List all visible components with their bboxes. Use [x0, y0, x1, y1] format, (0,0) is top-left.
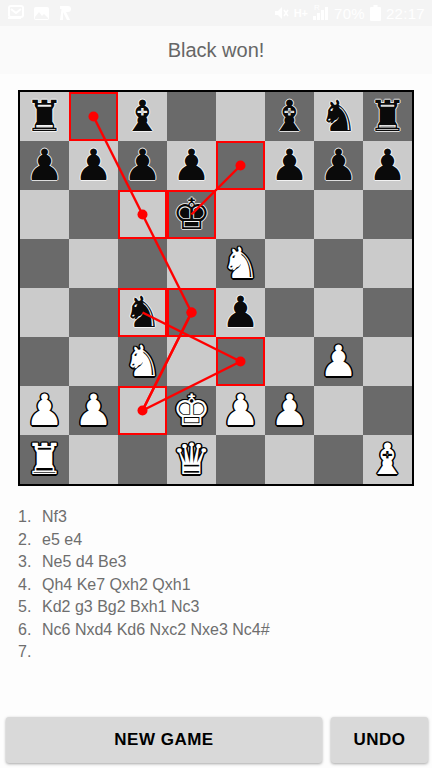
- screenshot-icon: [7, 5, 25, 21]
- piece-black-rook: ♜: [25, 92, 64, 141]
- move-number: 6.: [18, 621, 42, 639]
- piece-white-knight: ♞: [123, 337, 162, 386]
- square-f4[interactable]: [265, 288, 314, 337]
- signal-strength-icon: R: [313, 7, 329, 20]
- square-f8[interactable]: ♝: [265, 92, 314, 141]
- piece-black-pawn: ♟: [368, 141, 407, 190]
- square-c5[interactable]: [118, 239, 167, 288]
- piece-white-pawn: ♟: [319, 337, 358, 386]
- title-bar: Black won!: [0, 26, 432, 74]
- move-row: 1.Nf3: [18, 506, 418, 529]
- move-number: 2.: [18, 531, 42, 549]
- piece-white-pawn: ♟: [25, 386, 64, 435]
- roaming-indicator: R: [314, 3, 320, 12]
- new-game-button[interactable]: NEW GAME: [6, 717, 322, 763]
- piece-black-pawn: ♟: [123, 141, 162, 190]
- square-e7[interactable]: [216, 141, 265, 190]
- square-c2[interactable]: [118, 386, 167, 435]
- square-b2[interactable]: ♟: [69, 386, 118, 435]
- piece-black-pawn: ♟: [25, 141, 64, 190]
- piece-black-rook: ♜: [368, 92, 407, 141]
- move-row: 4.Qh4 Ke7 Qxh2 Qxh1: [18, 574, 418, 597]
- square-h1[interactable]: ♝: [363, 435, 412, 484]
- square-f5[interactable]: [265, 239, 314, 288]
- piece-white-pawn: ♟: [221, 386, 260, 435]
- square-a3[interactable]: [20, 337, 69, 386]
- square-c4[interactable]: ♞: [118, 288, 167, 337]
- square-a7[interactable]: ♟: [20, 141, 69, 190]
- piece-white-bishop: ♝: [368, 435, 407, 484]
- square-g6[interactable]: [314, 190, 363, 239]
- square-a4[interactable]: [20, 288, 69, 337]
- square-c8[interactable]: ♝: [118, 92, 167, 141]
- square-f2[interactable]: ♟: [265, 386, 314, 435]
- square-f3[interactable]: [265, 337, 314, 386]
- square-d3[interactable]: [167, 337, 216, 386]
- square-b4[interactable]: [69, 288, 118, 337]
- square-a2[interactable]: ♟: [20, 386, 69, 435]
- square-d1[interactable]: ♛: [167, 435, 216, 484]
- square-b8[interactable]: [69, 92, 118, 141]
- square-e2[interactable]: ♟: [216, 386, 265, 435]
- square-d8[interactable]: [167, 92, 216, 141]
- piece-black-pawn: ♟: [172, 141, 211, 190]
- square-g5[interactable]: [314, 239, 363, 288]
- move-text: Nc6 Nxd4 Kd6 Nxc2 Nxe3 Nc4#: [42, 621, 270, 639]
- undo-button[interactable]: UNDO: [331, 717, 428, 763]
- piece-white-king: ♚: [172, 386, 211, 435]
- square-b6[interactable]: [69, 190, 118, 239]
- piece-black-pawn: ♟: [319, 141, 358, 190]
- piece-black-bishop: ♝: [123, 92, 162, 141]
- square-g7[interactable]: ♟: [314, 141, 363, 190]
- square-e6[interactable]: [216, 190, 265, 239]
- square-h5[interactable]: [363, 239, 412, 288]
- move-row: 6.Nc6 Nxd4 Kd6 Nxc2 Nxe3 Nc4#: [18, 619, 418, 642]
- game-result-title: Black won!: [168, 39, 265, 62]
- move-number: 5.: [18, 598, 42, 616]
- square-a1[interactable]: ♜: [20, 435, 69, 484]
- square-g1[interactable]: [314, 435, 363, 484]
- piece-white-pawn: ♟: [270, 386, 309, 435]
- mobile-data-icon: H+: [294, 7, 308, 19]
- square-e8[interactable]: [216, 92, 265, 141]
- piece-white-pawn: ♟: [74, 386, 113, 435]
- square-h7[interactable]: ♟: [363, 141, 412, 190]
- move-text: e5 e4: [42, 531, 82, 549]
- square-a6[interactable]: [20, 190, 69, 239]
- piece-white-queen: ♛: [172, 435, 211, 484]
- square-b5[interactable]: [69, 239, 118, 288]
- gallery-icon: [33, 6, 50, 21]
- piece-black-pawn: ♟: [74, 141, 113, 190]
- square-g3[interactable]: ♟: [314, 337, 363, 386]
- square-d2[interactable]: ♚: [167, 386, 216, 435]
- square-g2[interactable]: [314, 386, 363, 435]
- square-a5[interactable]: [20, 239, 69, 288]
- board: ♜♝♝♞♜♟♟♟♟♟♟♟♚♞♞♟♞♟♟♟♚♟♟♜♛♝: [18, 90, 414, 486]
- piece-white-rook: ♜: [25, 435, 64, 484]
- square-c6[interactable]: [118, 190, 167, 239]
- square-a8[interactable]: ♜: [20, 92, 69, 141]
- square-f7[interactable]: ♟: [265, 141, 314, 190]
- status-bar: H+ R 70% 22:17: [0, 0, 432, 26]
- battery-icon: [370, 5, 381, 21]
- square-h4[interactable]: [363, 288, 412, 337]
- square-d5[interactable]: [167, 239, 216, 288]
- square-h3[interactable]: [363, 337, 412, 386]
- volume-muted-icon: [274, 6, 289, 20]
- move-row: 7.: [18, 641, 418, 664]
- move-text: Qh4 Ke7 Qxh2 Qxh1: [42, 576, 191, 594]
- square-e4[interactable]: ♟: [216, 288, 265, 337]
- square-d6[interactable]: ♚: [167, 190, 216, 239]
- square-e3[interactable]: [216, 337, 265, 386]
- square-d7[interactable]: ♟: [167, 141, 216, 190]
- piece-black-king: ♚: [172, 190, 211, 239]
- move-text: Ne5 d4 Be3: [42, 553, 127, 571]
- square-d4[interactable]: [167, 288, 216, 337]
- square-e1[interactable]: [216, 435, 265, 484]
- square-f1[interactable]: [265, 435, 314, 484]
- piece-black-bishop: ♝: [270, 92, 309, 141]
- piece-black-pawn: ♟: [221, 288, 260, 337]
- square-f6[interactable]: [265, 190, 314, 239]
- square-b3[interactable]: [69, 337, 118, 386]
- square-b7[interactable]: ♟: [69, 141, 118, 190]
- clock: 22:17: [386, 5, 425, 22]
- square-c3[interactable]: ♞: [118, 337, 167, 386]
- piece-black-knight: ♞: [123, 288, 162, 337]
- square-g8[interactable]: ♞: [314, 92, 363, 141]
- app-notification-icon: [58, 5, 74, 21]
- move-text: Nf3: [42, 508, 67, 526]
- square-c7[interactable]: ♟: [118, 141, 167, 190]
- piece-black-pawn: ♟: [270, 141, 309, 190]
- battery-percent: 70%: [334, 5, 365, 22]
- move-text: Kd2 g3 Bg2 Bxh1 Nc3: [42, 598, 199, 616]
- move-number: 7.: [18, 643, 42, 661]
- square-b1[interactable]: [69, 435, 118, 484]
- piece-white-knight: ♞: [221, 239, 260, 288]
- move-row: 3.Ne5 d4 Be3: [18, 551, 418, 574]
- piece-black-knight: ♞: [319, 92, 358, 141]
- move-number: 4.: [18, 576, 42, 594]
- square-e5[interactable]: ♞: [216, 239, 265, 288]
- square-h8[interactable]: ♜: [363, 92, 412, 141]
- square-c1[interactable]: [118, 435, 167, 484]
- square-h2[interactable]: [363, 386, 412, 435]
- move-row: 2.e5 e4: [18, 529, 418, 552]
- move-number: 1.: [18, 508, 42, 526]
- move-list: 1.Nf32.e5 e43.Ne5 d4 Be34.Qh4 Ke7 Qxh2 Q…: [18, 506, 418, 664]
- move-number: 3.: [18, 553, 42, 571]
- square-h6[interactable]: [363, 190, 412, 239]
- square-g4[interactable]: [314, 288, 363, 337]
- move-row: 5.Kd2 g3 Bg2 Bxh1 Nc3: [18, 596, 418, 619]
